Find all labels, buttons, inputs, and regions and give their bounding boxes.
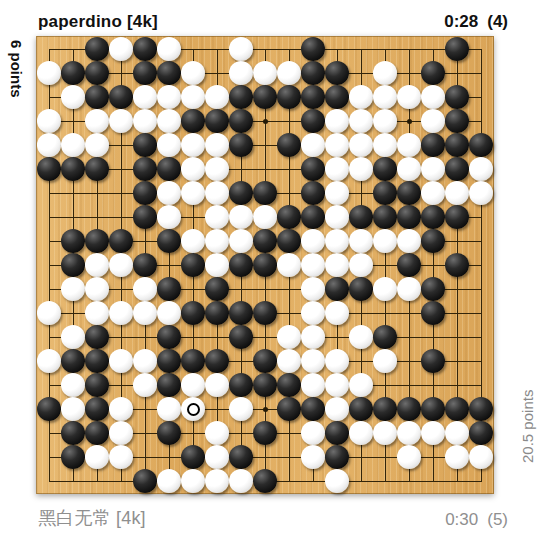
board-intersection[interactable] — [109, 229, 133, 253]
board-intersection[interactable] — [277, 85, 301, 109]
board-intersection[interactable] — [469, 397, 493, 421]
board-intersection[interactable] — [85, 277, 109, 301]
board-intersection[interactable] — [85, 421, 109, 445]
board-intersection[interactable] — [277, 61, 301, 85]
board-intersection[interactable] — [133, 301, 157, 325]
board-intersection[interactable] — [469, 157, 493, 181]
board-intersection[interactable] — [277, 229, 301, 253]
board-intersection[interactable] — [229, 37, 253, 61]
board-intersection[interactable] — [421, 37, 445, 61]
board-intersection[interactable] — [109, 421, 133, 445]
board-intersection[interactable] — [229, 253, 253, 277]
board-intersection[interactable] — [373, 181, 397, 205]
board-intersection[interactable] — [205, 421, 229, 445]
board-intersection[interactable] — [181, 133, 205, 157]
board-intersection[interactable] — [253, 61, 277, 85]
board-intersection[interactable] — [37, 109, 61, 133]
board-intersection[interactable] — [157, 421, 181, 445]
board-intersection[interactable] — [133, 133, 157, 157]
board-intersection[interactable] — [133, 85, 157, 109]
board-intersection[interactable] — [109, 85, 133, 109]
board-intersection[interactable] — [181, 205, 205, 229]
board-intersection[interactable] — [157, 445, 181, 469]
board-intersection[interactable] — [253, 397, 277, 421]
board-intersection[interactable] — [325, 349, 349, 373]
board-intersection[interactable] — [37, 277, 61, 301]
board-intersection[interactable] — [445, 229, 469, 253]
board-intersection[interactable] — [37, 181, 61, 205]
board-intersection[interactable] — [205, 469, 229, 493]
board-intersection[interactable] — [181, 109, 205, 133]
board-intersection[interactable] — [349, 397, 373, 421]
board-intersection[interactable] — [469, 349, 493, 373]
board-intersection[interactable] — [349, 61, 373, 85]
board-intersection[interactable] — [205, 325, 229, 349]
board-intersection[interactable] — [445, 109, 469, 133]
board-intersection[interactable] — [253, 277, 277, 301]
board-intersection[interactable] — [445, 373, 469, 397]
board-intersection[interactable] — [61, 61, 85, 85]
board-intersection[interactable] — [181, 397, 205, 421]
board-intersection[interactable] — [61, 469, 85, 493]
board-intersection[interactable] — [349, 277, 373, 301]
board-intersection[interactable] — [421, 349, 445, 373]
board-intersection[interactable] — [325, 181, 349, 205]
board-intersection[interactable] — [181, 157, 205, 181]
board-intersection[interactable] — [397, 397, 421, 421]
board-intersection[interactable] — [205, 445, 229, 469]
board-intersection[interactable] — [445, 421, 469, 445]
board-intersection[interactable] — [157, 85, 181, 109]
board-intersection[interactable] — [421, 61, 445, 85]
board-intersection[interactable] — [469, 301, 493, 325]
board-intersection[interactable] — [373, 445, 397, 469]
board-intersection[interactable] — [469, 133, 493, 157]
board-intersection[interactable] — [61, 373, 85, 397]
board-intersection[interactable] — [373, 469, 397, 493]
board-intersection[interactable] — [229, 109, 253, 133]
board-intersection[interactable] — [157, 157, 181, 181]
board-intersection[interactable] — [469, 109, 493, 133]
board-intersection[interactable] — [469, 325, 493, 349]
board-intersection[interactable] — [373, 85, 397, 109]
board-intersection[interactable] — [85, 445, 109, 469]
board-intersection[interactable] — [469, 421, 493, 445]
board-intersection[interactable] — [205, 37, 229, 61]
board-intersection[interactable] — [229, 373, 253, 397]
board-intersection[interactable] — [109, 325, 133, 349]
board-intersection[interactable] — [181, 277, 205, 301]
board-intersection[interactable] — [61, 205, 85, 229]
board-intersection[interactable] — [349, 37, 373, 61]
board-intersection[interactable] — [301, 469, 325, 493]
board-intersection[interactable] — [205, 349, 229, 373]
board-intersection[interactable] — [277, 445, 301, 469]
board-intersection[interactable] — [277, 253, 301, 277]
board-intersection[interactable] — [109, 397, 133, 421]
board-intersection[interactable] — [253, 229, 277, 253]
board-intersection[interactable] — [205, 61, 229, 85]
board-intersection[interactable] — [85, 205, 109, 229]
board-intersection[interactable] — [205, 157, 229, 181]
board-intersection[interactable] — [325, 85, 349, 109]
board-intersection[interactable] — [421, 397, 445, 421]
board-intersection[interactable] — [133, 253, 157, 277]
board-intersection[interactable] — [397, 253, 421, 277]
board-intersection[interactable] — [157, 61, 181, 85]
board-intersection[interactable] — [349, 229, 373, 253]
board-intersection[interactable] — [421, 469, 445, 493]
board-intersection[interactable] — [61, 133, 85, 157]
board-intersection[interactable] — [349, 373, 373, 397]
board-intersection[interactable] — [301, 61, 325, 85]
board-intersection[interactable] — [109, 469, 133, 493]
board-intersection[interactable] — [133, 277, 157, 301]
board-intersection[interactable] — [133, 445, 157, 469]
board-intersection[interactable] — [229, 445, 253, 469]
board-intersection[interactable] — [277, 421, 301, 445]
board-intersection[interactable] — [397, 109, 421, 133]
board-intersection[interactable] — [181, 85, 205, 109]
board-intersection[interactable] — [301, 277, 325, 301]
board-intersection[interactable] — [205, 301, 229, 325]
board-intersection[interactable] — [421, 325, 445, 349]
board-intersection[interactable] — [229, 325, 253, 349]
board-intersection[interactable] — [397, 85, 421, 109]
board-intersection[interactable] — [253, 181, 277, 205]
board-intersection[interactable] — [349, 205, 373, 229]
board-intersection[interactable] — [445, 277, 469, 301]
board-intersection[interactable] — [301, 349, 325, 373]
board-intersection[interactable] — [109, 61, 133, 85]
board-intersection[interactable] — [421, 109, 445, 133]
board-intersection[interactable] — [277, 373, 301, 397]
board-intersection[interactable] — [397, 181, 421, 205]
board-intersection[interactable] — [85, 397, 109, 421]
board-intersection[interactable] — [301, 181, 325, 205]
board-intersection[interactable] — [85, 61, 109, 85]
board-intersection[interactable] — [229, 301, 253, 325]
board-intersection[interactable] — [325, 445, 349, 469]
board-intersection[interactable] — [229, 133, 253, 157]
board-intersection[interactable] — [157, 109, 181, 133]
board-intersection[interactable] — [301, 301, 325, 325]
board-intersection[interactable] — [37, 301, 61, 325]
board-intersection[interactable] — [85, 37, 109, 61]
board-intersection[interactable] — [205, 109, 229, 133]
board-intersection[interactable] — [85, 157, 109, 181]
board-intersection[interactable] — [277, 301, 301, 325]
board-intersection[interactable] — [397, 61, 421, 85]
board-intersection[interactable] — [229, 349, 253, 373]
board-intersection[interactable] — [37, 205, 61, 229]
board-intersection[interactable] — [373, 229, 397, 253]
board-intersection[interactable] — [301, 373, 325, 397]
board-intersection[interactable] — [469, 61, 493, 85]
board-intersection[interactable] — [445, 397, 469, 421]
board-intersection[interactable] — [397, 133, 421, 157]
board-intersection[interactable] — [85, 85, 109, 109]
board-intersection[interactable] — [397, 301, 421, 325]
board-intersection[interactable] — [397, 445, 421, 469]
board-intersection[interactable] — [181, 469, 205, 493]
board-intersection[interactable] — [61, 349, 85, 373]
board-intersection[interactable] — [133, 349, 157, 373]
board-intersection[interactable] — [157, 205, 181, 229]
board-intersection[interactable] — [205, 253, 229, 277]
board-intersection[interactable] — [397, 349, 421, 373]
board-intersection[interactable] — [445, 445, 469, 469]
board-intersection[interactable] — [229, 205, 253, 229]
board-intersection[interactable] — [253, 325, 277, 349]
board-intersection[interactable] — [349, 253, 373, 277]
board-intersection[interactable] — [277, 37, 301, 61]
board-intersection[interactable] — [133, 181, 157, 205]
board-intersection[interactable] — [421, 373, 445, 397]
board-intersection[interactable] — [205, 181, 229, 205]
board-intersection[interactable] — [253, 469, 277, 493]
board-intersection[interactable] — [301, 397, 325, 421]
board-intersection[interactable] — [277, 277, 301, 301]
board-intersection[interactable] — [157, 277, 181, 301]
board-intersection[interactable] — [133, 109, 157, 133]
board-intersection[interactable] — [205, 85, 229, 109]
board-intersection[interactable] — [445, 325, 469, 349]
board-intersection[interactable] — [349, 349, 373, 373]
board-intersection[interactable] — [445, 37, 469, 61]
board-intersection[interactable] — [229, 157, 253, 181]
board-intersection[interactable] — [277, 157, 301, 181]
board-intersection[interactable] — [445, 61, 469, 85]
board-intersection[interactable] — [109, 373, 133, 397]
board-intersection[interactable] — [181, 181, 205, 205]
board-intersection[interactable] — [349, 109, 373, 133]
board-intersection[interactable] — [469, 205, 493, 229]
board-intersection[interactable] — [301, 229, 325, 253]
board-intersection[interactable] — [61, 181, 85, 205]
board-intersection[interactable] — [61, 229, 85, 253]
board-intersection[interactable] — [61, 421, 85, 445]
board-intersection[interactable] — [61, 325, 85, 349]
board-intersection[interactable] — [469, 37, 493, 61]
board-intersection[interactable] — [253, 253, 277, 277]
board-intersection[interactable] — [373, 37, 397, 61]
board-intersection[interactable] — [373, 61, 397, 85]
board-intersection[interactable] — [421, 133, 445, 157]
board-intersection[interactable] — [229, 181, 253, 205]
board-intersection[interactable] — [397, 469, 421, 493]
board-intersection[interactable] — [469, 229, 493, 253]
board-intersection[interactable] — [133, 325, 157, 349]
board-intersection[interactable] — [205, 205, 229, 229]
board-intersection[interactable] — [61, 301, 85, 325]
board-intersection[interactable] — [37, 61, 61, 85]
board-intersection[interactable] — [85, 133, 109, 157]
board-intersection[interactable] — [373, 421, 397, 445]
board-intersection[interactable] — [469, 181, 493, 205]
board-intersection[interactable] — [421, 157, 445, 181]
board-intersection[interactable] — [421, 301, 445, 325]
board-intersection[interactable] — [253, 349, 277, 373]
board-intersection[interactable] — [373, 373, 397, 397]
board-intersection[interactable] — [133, 373, 157, 397]
board-intersection[interactable] — [181, 325, 205, 349]
board-intersection[interactable] — [37, 253, 61, 277]
board-intersection[interactable] — [421, 253, 445, 277]
board-intersection[interactable] — [61, 37, 85, 61]
board-intersection[interactable] — [301, 109, 325, 133]
board-intersection[interactable] — [61, 277, 85, 301]
board-intersection[interactable] — [301, 205, 325, 229]
board-intersection[interactable] — [133, 421, 157, 445]
board-intersection[interactable] — [61, 253, 85, 277]
board-intersection[interactable] — [325, 133, 349, 157]
board-intersection[interactable] — [325, 373, 349, 397]
board-intersection[interactable] — [373, 277, 397, 301]
board-intersection[interactable] — [109, 277, 133, 301]
board-intersection[interactable] — [181, 37, 205, 61]
board-intersection[interactable] — [133, 157, 157, 181]
board-intersection[interactable] — [205, 397, 229, 421]
board-intersection[interactable] — [421, 445, 445, 469]
board-intersection[interactable] — [277, 109, 301, 133]
board-intersection[interactable] — [157, 373, 181, 397]
board-intersection[interactable] — [181, 301, 205, 325]
board-intersection[interactable] — [445, 253, 469, 277]
board-intersection[interactable] — [325, 277, 349, 301]
board-intersection[interactable] — [157, 469, 181, 493]
board-intersection[interactable] — [157, 397, 181, 421]
board-intersection[interactable] — [277, 325, 301, 349]
board-intersection[interactable] — [133, 469, 157, 493]
board-intersection[interactable] — [277, 133, 301, 157]
board-intersection[interactable] — [37, 133, 61, 157]
board-intersection[interactable] — [373, 253, 397, 277]
board-intersection[interactable] — [301, 85, 325, 109]
board-intersection[interactable] — [325, 109, 349, 133]
board-intersection[interactable] — [277, 397, 301, 421]
board-intersection[interactable] — [253, 157, 277, 181]
board-intersection[interactable] — [133, 61, 157, 85]
board-intersection[interactable] — [325, 61, 349, 85]
board-intersection[interactable] — [229, 61, 253, 85]
board-intersection[interactable] — [373, 325, 397, 349]
board-intersection[interactable] — [133, 229, 157, 253]
bottom-player-name[interactable]: 黑白无常 [4k] — [38, 506, 146, 530]
board-intersection[interactable] — [469, 253, 493, 277]
board-intersection[interactable] — [157, 301, 181, 325]
board-intersection[interactable] — [349, 469, 373, 493]
board-intersection[interactable] — [445, 349, 469, 373]
board-intersection[interactable] — [397, 325, 421, 349]
board-intersection[interactable] — [397, 277, 421, 301]
board-intersection[interactable] — [181, 445, 205, 469]
board-intersection[interactable] — [421, 277, 445, 301]
board-intersection[interactable] — [349, 133, 373, 157]
board-intersection[interactable] — [157, 349, 181, 373]
board-intersection[interactable] — [61, 397, 85, 421]
board-intersection[interactable] — [229, 85, 253, 109]
board-intersection[interactable] — [205, 277, 229, 301]
board-intersection[interactable] — [37, 397, 61, 421]
board-intersection[interactable] — [469, 373, 493, 397]
board-intersection[interactable] — [181, 229, 205, 253]
board-intersection[interactable] — [181, 253, 205, 277]
board-intersection[interactable] — [277, 349, 301, 373]
board-intersection[interactable] — [157, 253, 181, 277]
board-intersection[interactable] — [109, 301, 133, 325]
board-intersection[interactable] — [157, 229, 181, 253]
board-intersection[interactable] — [325, 253, 349, 277]
board-intersection[interactable] — [373, 205, 397, 229]
board-intersection[interactable] — [349, 325, 373, 349]
board-intersection[interactable] — [445, 157, 469, 181]
board-intersection[interactable] — [421, 181, 445, 205]
board-intersection[interactable] — [301, 325, 325, 349]
board-intersection[interactable] — [349, 85, 373, 109]
board-intersection[interactable] — [421, 205, 445, 229]
board-intersection[interactable] — [61, 445, 85, 469]
board-intersection[interactable] — [85, 229, 109, 253]
board-intersection[interactable] — [349, 445, 373, 469]
board-intersection[interactable] — [277, 469, 301, 493]
board-intersection[interactable] — [157, 37, 181, 61]
board-intersection[interactable] — [253, 205, 277, 229]
board-intersection[interactable] — [109, 205, 133, 229]
board-intersection[interactable] — [397, 157, 421, 181]
board-intersection[interactable] — [61, 157, 85, 181]
board-intersection[interactable] — [421, 421, 445, 445]
board-intersection[interactable] — [205, 373, 229, 397]
go-board[interactable] — [36, 36, 494, 494]
board-intersection[interactable] — [277, 205, 301, 229]
board-intersection[interactable] — [253, 445, 277, 469]
board-intersection[interactable] — [253, 301, 277, 325]
board-intersection[interactable] — [181, 349, 205, 373]
board-intersection[interactable] — [37, 157, 61, 181]
board-intersection[interactable] — [85, 301, 109, 325]
board-intersection[interactable] — [445, 301, 469, 325]
board-intersection[interactable] — [469, 277, 493, 301]
board-intersection[interactable] — [301, 157, 325, 181]
board-intersection[interactable] — [109, 253, 133, 277]
board-intersection[interactable] — [157, 325, 181, 349]
board-intersection[interactable] — [85, 373, 109, 397]
board-intersection[interactable] — [325, 205, 349, 229]
board-intersection[interactable] — [109, 109, 133, 133]
board-intersection[interactable] — [61, 85, 85, 109]
board-intersection[interactable] — [37, 325, 61, 349]
board-intersection[interactable] — [325, 301, 349, 325]
board-intersection[interactable] — [229, 277, 253, 301]
board-intersection[interactable] — [325, 229, 349, 253]
board-intersection[interactable] — [205, 133, 229, 157]
board-intersection[interactable] — [301, 133, 325, 157]
board-intersection[interactable] — [397, 205, 421, 229]
board-intersection[interactable] — [61, 109, 85, 133]
board-intersection[interactable] — [37, 373, 61, 397]
board-intersection[interactable] — [421, 85, 445, 109]
board-intersection[interactable] — [397, 37, 421, 61]
board-intersection[interactable] — [157, 133, 181, 157]
board-intersection[interactable] — [349, 157, 373, 181]
board-intersection[interactable] — [253, 109, 277, 133]
board-intersection[interactable] — [133, 397, 157, 421]
board-intersection[interactable] — [349, 301, 373, 325]
board-intersection[interactable] — [37, 37, 61, 61]
board-intersection[interactable] — [277, 181, 301, 205]
board-intersection[interactable] — [109, 157, 133, 181]
